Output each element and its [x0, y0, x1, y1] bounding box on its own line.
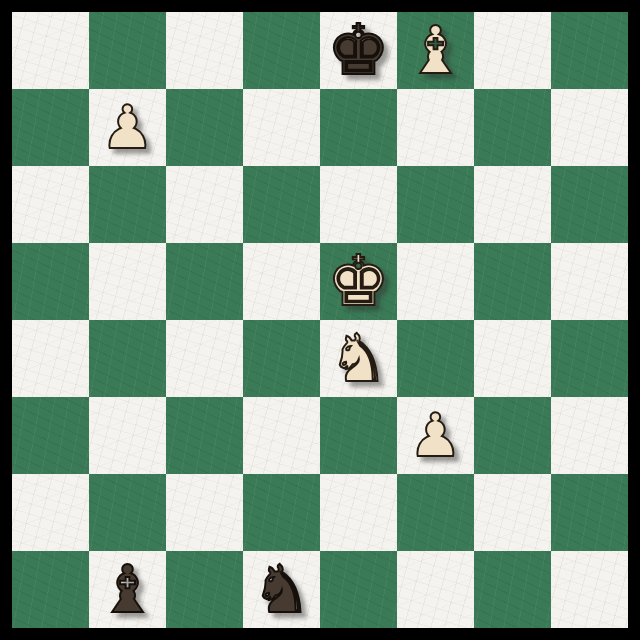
square-d1[interactable]: ♞	[243, 551, 320, 628]
piece-white-pawn-f3[interactable]: ♟	[409, 397, 463, 474]
square-f7[interactable]	[397, 89, 474, 166]
square-c6[interactable]	[166, 166, 243, 243]
square-a6[interactable]	[12, 166, 89, 243]
square-f2[interactable]	[397, 474, 474, 551]
square-b3[interactable]	[89, 397, 166, 474]
square-c1[interactable]	[166, 551, 243, 628]
square-g3[interactable]	[474, 397, 551, 474]
square-b4[interactable]	[89, 320, 166, 397]
piece-black-bishop-b1[interactable]: ♝	[98, 551, 157, 628]
square-b7[interactable]: ♟	[89, 89, 166, 166]
square-c5[interactable]	[166, 243, 243, 320]
square-f1[interactable]	[397, 551, 474, 628]
square-g8[interactable]	[474, 12, 551, 89]
piece-black-king-e8[interactable]: ♚	[327, 12, 390, 89]
square-a7[interactable]	[12, 89, 89, 166]
chess-board-frame: ♚♝♟♚♞♟♝♞	[0, 0, 640, 640]
square-h6[interactable]	[551, 166, 628, 243]
square-d7[interactable]	[243, 89, 320, 166]
square-d6[interactable]	[243, 166, 320, 243]
square-a1[interactable]	[12, 551, 89, 628]
square-g2[interactable]	[474, 474, 551, 551]
piece-white-bishop-f8[interactable]: ♝	[406, 12, 465, 89]
square-e5[interactable]: ♚	[320, 243, 397, 320]
square-h1[interactable]	[551, 551, 628, 628]
square-g6[interactable]	[474, 166, 551, 243]
square-h7[interactable]	[551, 89, 628, 166]
square-e1[interactable]	[320, 551, 397, 628]
square-f3[interactable]: ♟	[397, 397, 474, 474]
square-e3[interactable]	[320, 397, 397, 474]
square-g1[interactable]	[474, 551, 551, 628]
square-f6[interactable]	[397, 166, 474, 243]
square-f8[interactable]: ♝	[397, 12, 474, 89]
square-g5[interactable]	[474, 243, 551, 320]
square-h2[interactable]	[551, 474, 628, 551]
square-a3[interactable]	[12, 397, 89, 474]
square-a2[interactable]	[12, 474, 89, 551]
square-d5[interactable]	[243, 243, 320, 320]
square-b5[interactable]	[89, 243, 166, 320]
piece-white-knight-e4[interactable]: ♞	[329, 320, 388, 397]
square-e7[interactable]	[320, 89, 397, 166]
square-a8[interactable]	[12, 12, 89, 89]
square-e6[interactable]	[320, 166, 397, 243]
square-g4[interactable]	[474, 320, 551, 397]
square-a5[interactable]	[12, 243, 89, 320]
square-g7[interactable]	[474, 89, 551, 166]
square-d2[interactable]	[243, 474, 320, 551]
square-d8[interactable]	[243, 12, 320, 89]
square-f4[interactable]	[397, 320, 474, 397]
square-b8[interactable]	[89, 12, 166, 89]
square-d4[interactable]	[243, 320, 320, 397]
square-c4[interactable]	[166, 320, 243, 397]
square-b1[interactable]: ♝	[89, 551, 166, 628]
piece-white-pawn-b7[interactable]: ♟	[101, 89, 155, 166]
square-h3[interactable]	[551, 397, 628, 474]
square-h5[interactable]	[551, 243, 628, 320]
square-e2[interactable]	[320, 474, 397, 551]
piece-black-knight-d1[interactable]: ♞	[252, 551, 311, 628]
square-b2[interactable]	[89, 474, 166, 551]
square-h8[interactable]	[551, 12, 628, 89]
square-e4[interactable]: ♞	[320, 320, 397, 397]
piece-white-king-e5[interactable]: ♚	[327, 243, 390, 320]
square-b6[interactable]	[89, 166, 166, 243]
square-c2[interactable]	[166, 474, 243, 551]
square-e8[interactable]: ♚	[320, 12, 397, 89]
square-h4[interactable]	[551, 320, 628, 397]
chess-board: ♚♝♟♚♞♟♝♞	[12, 12, 628, 628]
square-a4[interactable]	[12, 320, 89, 397]
square-c7[interactable]	[166, 89, 243, 166]
square-c3[interactable]	[166, 397, 243, 474]
square-c8[interactable]	[166, 12, 243, 89]
square-d3[interactable]	[243, 397, 320, 474]
square-f5[interactable]	[397, 243, 474, 320]
